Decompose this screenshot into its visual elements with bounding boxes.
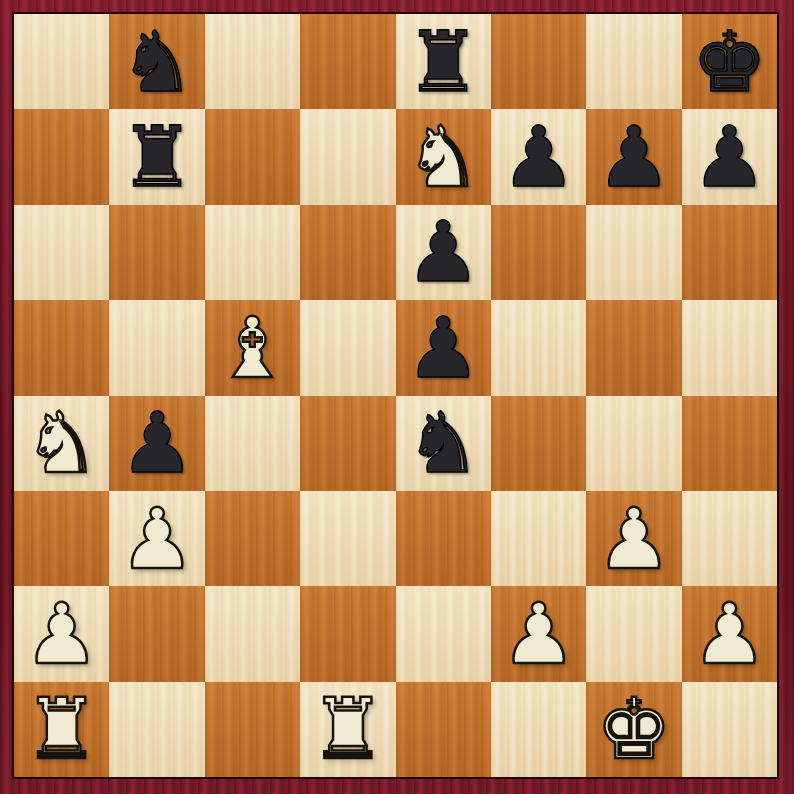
piece-black-knight-e4[interactable]: ♞ (406, 401, 481, 485)
square-e7[interactable]: ♞ (396, 109, 491, 204)
square-b4[interactable]: ♟ (109, 396, 204, 491)
square-h4[interactable] (682, 396, 777, 491)
square-c2[interactable] (205, 586, 300, 681)
square-h1[interactable] (682, 682, 777, 777)
square-f4[interactable] (491, 396, 586, 491)
square-h6[interactable] (682, 205, 777, 300)
square-a7[interactable] (14, 109, 109, 204)
piece-white-pawn-f2[interactable]: ♟ (501, 592, 576, 676)
square-d1[interactable]: ♜ (300, 682, 395, 777)
piece-white-pawn-g3[interactable]: ♟ (596, 497, 671, 581)
square-b1[interactable] (109, 682, 204, 777)
square-e2[interactable] (396, 586, 491, 681)
piece-black-pawn-g7[interactable]: ♟ (596, 115, 671, 199)
square-g5[interactable] (586, 300, 681, 395)
piece-white-rook-a1[interactable]: ♜ (24, 687, 99, 771)
square-h3[interactable] (682, 491, 777, 586)
square-b7[interactable]: ♜ (109, 109, 204, 204)
chess-board: ♞♜♚♜♞♟♟♟♟♝♟♞♟♞♟♟♟♟♟♜♜♚ (12, 12, 779, 779)
piece-black-pawn-e6[interactable]: ♟ (406, 210, 481, 294)
square-b8[interactable]: ♞ (109, 14, 204, 109)
piece-black-pawn-b4[interactable]: ♟ (119, 401, 194, 485)
square-g3[interactable]: ♟ (586, 491, 681, 586)
square-c7[interactable] (205, 109, 300, 204)
square-e8[interactable]: ♜ (396, 14, 491, 109)
piece-white-knight-a4[interactable]: ♞ (24, 401, 99, 485)
square-d7[interactable] (300, 109, 395, 204)
piece-white-pawn-h2[interactable]: ♟ (692, 592, 767, 676)
square-c4[interactable] (205, 396, 300, 491)
square-d3[interactable] (300, 491, 395, 586)
square-h5[interactable] (682, 300, 777, 395)
square-a5[interactable] (14, 300, 109, 395)
piece-white-pawn-b3[interactable]: ♟ (119, 497, 194, 581)
square-e5[interactable]: ♟ (396, 300, 491, 395)
square-f8[interactable] (491, 14, 586, 109)
square-a3[interactable] (14, 491, 109, 586)
square-b6[interactable] (109, 205, 204, 300)
chess-diagram: ♞♜♚♜♞♟♟♟♟♝♟♞♟♞♟♟♟♟♟♜♜♚ (0, 0, 794, 794)
piece-white-pawn-a2[interactable]: ♟ (24, 592, 99, 676)
square-d6[interactable] (300, 205, 395, 300)
square-f3[interactable] (491, 491, 586, 586)
square-d2[interactable] (300, 586, 395, 681)
square-b3[interactable]: ♟ (109, 491, 204, 586)
piece-white-bishop-c5[interactable]: ♝ (215, 306, 290, 390)
piece-white-king-g1[interactable]: ♚ (596, 687, 671, 771)
square-d4[interactable] (300, 396, 395, 491)
square-f2[interactable]: ♟ (491, 586, 586, 681)
piece-black-king-h8[interactable]: ♚ (692, 20, 767, 104)
square-c3[interactable] (205, 491, 300, 586)
square-f7[interactable]: ♟ (491, 109, 586, 204)
square-c8[interactable] (205, 14, 300, 109)
square-g7[interactable]: ♟ (586, 109, 681, 204)
square-f1[interactable] (491, 682, 586, 777)
square-a6[interactable] (14, 205, 109, 300)
square-g4[interactable] (586, 396, 681, 491)
piece-white-knight-e7[interactable]: ♞ (406, 115, 481, 199)
piece-black-pawn-h7[interactable]: ♟ (692, 115, 767, 199)
square-a8[interactable] (14, 14, 109, 109)
square-f6[interactable] (491, 205, 586, 300)
square-a1[interactable]: ♜ (14, 682, 109, 777)
square-h8[interactable]: ♚ (682, 14, 777, 109)
square-a4[interactable]: ♞ (14, 396, 109, 491)
square-g2[interactable] (586, 586, 681, 681)
piece-black-knight-b8[interactable]: ♞ (119, 20, 194, 104)
square-c5[interactable]: ♝ (205, 300, 300, 395)
square-f5[interactable] (491, 300, 586, 395)
square-g6[interactable] (586, 205, 681, 300)
square-d5[interactable] (300, 300, 395, 395)
square-e1[interactable] (396, 682, 491, 777)
piece-black-pawn-e5[interactable]: ♟ (406, 306, 481, 390)
square-e4[interactable]: ♞ (396, 396, 491, 491)
square-a2[interactable]: ♟ (14, 586, 109, 681)
square-e6[interactable]: ♟ (396, 205, 491, 300)
piece-black-pawn-f7[interactable]: ♟ (501, 115, 576, 199)
square-c1[interactable] (205, 682, 300, 777)
piece-black-rook-b7[interactable]: ♜ (119, 115, 194, 199)
square-h2[interactable]: ♟ (682, 586, 777, 681)
piece-black-rook-e8[interactable]: ♜ (406, 20, 481, 104)
square-e3[interactable] (396, 491, 491, 586)
square-g1[interactable]: ♚ (586, 682, 681, 777)
square-g8[interactable] (586, 14, 681, 109)
square-b2[interactable] (109, 586, 204, 681)
square-d8[interactable] (300, 14, 395, 109)
piece-white-rook-d1[interactable]: ♜ (310, 687, 385, 771)
square-b5[interactable] (109, 300, 204, 395)
square-h7[interactable]: ♟ (682, 109, 777, 204)
square-c6[interactable] (205, 205, 300, 300)
